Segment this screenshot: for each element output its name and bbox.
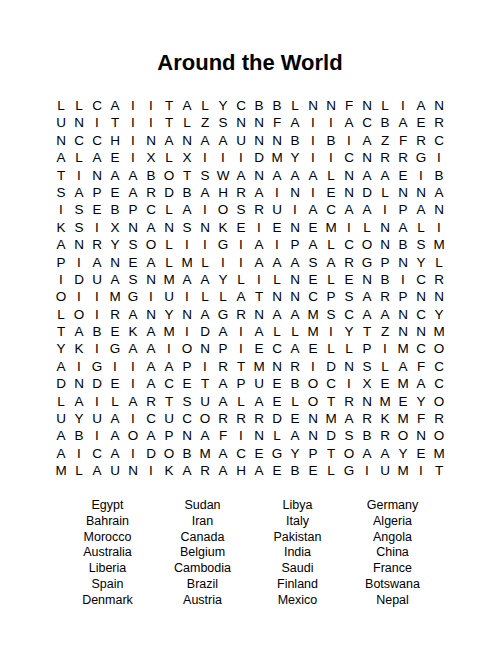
grid-cell-r11c12: I bbox=[250, 271, 268, 288]
grid-cell-r12c19: R bbox=[376, 288, 394, 305]
grid-cell-r1c2: L bbox=[70, 97, 88, 114]
grid-cell-r12c7: U bbox=[160, 288, 178, 305]
grid-cell-r7c2: S bbox=[70, 201, 88, 218]
grid-cell-r9c3: R bbox=[88, 236, 106, 253]
grid-cell-r8c3: I bbox=[88, 219, 106, 236]
grid-cell-r14c3: B bbox=[88, 323, 106, 340]
grid-cell-r5c3: N bbox=[88, 167, 106, 184]
grid-cell-r10c9: L bbox=[196, 254, 214, 271]
grid-cell-r1c17: F bbox=[340, 97, 358, 114]
grid-cell-r10c12: A bbox=[250, 254, 268, 271]
word-list-item: Angola bbox=[345, 530, 440, 546]
grid-cell-r16c13: N bbox=[268, 358, 286, 375]
word-list-item: Bahrain bbox=[60, 514, 155, 530]
grid-cell-r3c13: N bbox=[268, 132, 286, 149]
grid-cell-r20c2: B bbox=[70, 427, 88, 444]
grid-cell-r4c8: X bbox=[178, 149, 196, 166]
grid-cell-r5c9: S bbox=[196, 167, 214, 184]
grid-cell-r19c15: N bbox=[304, 410, 322, 427]
grid-cell-r18c19: M bbox=[376, 393, 394, 410]
grid-cell-r5c15: A bbox=[304, 167, 322, 184]
grid-cell-r21c10: A bbox=[214, 445, 232, 462]
grid-cell-r7c5: P bbox=[124, 201, 142, 218]
grid-cell-r6c10: H bbox=[214, 184, 232, 201]
grid-cell-r8c11: E bbox=[232, 219, 250, 236]
grid-cell-r2c2: N bbox=[70, 114, 88, 131]
grid-cell-r5c6: B bbox=[142, 167, 160, 184]
grid-cell-r9c11: I bbox=[232, 236, 250, 253]
word-list-item: Brazil bbox=[155, 577, 250, 593]
grid-cell-r14c9: D bbox=[196, 323, 214, 340]
grid-cell-r3c2: C bbox=[70, 132, 88, 149]
grid-cell-r1c5: I bbox=[124, 97, 142, 114]
grid-cell-r12c5: G bbox=[124, 288, 142, 305]
grid-cell-r19c20: M bbox=[394, 410, 412, 427]
grid-cell-r6c9: A bbox=[196, 184, 214, 201]
grid-cell-r21c14: Y bbox=[286, 445, 304, 462]
grid-cell-r17c16: C bbox=[322, 375, 340, 392]
grid-cell-r9c17: C bbox=[340, 236, 358, 253]
grid-cell-r2c6: I bbox=[142, 114, 160, 131]
grid-cell-r21c16: T bbox=[322, 445, 340, 462]
word-list-item: Italy bbox=[250, 514, 345, 530]
grid-cell-r12c11: A bbox=[232, 288, 250, 305]
grid-cell-r4c6: X bbox=[142, 149, 160, 166]
grid-cell-r15c1: Y bbox=[52, 340, 70, 357]
grid-cell-r22c17: G bbox=[340, 462, 358, 479]
grid-cell-r17c18: X bbox=[358, 375, 376, 392]
word-list-item: Germany bbox=[345, 498, 440, 514]
grid-cell-r20c19: R bbox=[376, 427, 394, 444]
grid-cell-r5c21: I bbox=[412, 167, 430, 184]
grid-cell-r16c12: M bbox=[250, 358, 268, 375]
grid-cell-r21c22: M bbox=[430, 445, 448, 462]
grid-cell-r4c21: G bbox=[412, 149, 430, 166]
grid-cell-r22c2: L bbox=[70, 462, 88, 479]
grid-cell-r15c17: L bbox=[340, 340, 358, 357]
grid-cell-r10c5: E bbox=[124, 254, 142, 271]
grid-cell-r13c18: A bbox=[358, 306, 376, 323]
grid-cell-r1c14: L bbox=[286, 97, 304, 114]
grid-cell-r21c18: A bbox=[358, 445, 376, 462]
grid-cell-r5c7: O bbox=[160, 167, 178, 184]
grid-cell-r8c21: L bbox=[412, 219, 430, 236]
grid-cell-r6c13: I bbox=[268, 184, 286, 201]
grid-cell-r6c2: A bbox=[70, 184, 88, 201]
grid-cell-r1c19: L bbox=[376, 97, 394, 114]
word-list-item: Algeria bbox=[345, 514, 440, 530]
word-list-item: Morocco bbox=[60, 530, 155, 546]
grid-cell-r13c12: N bbox=[250, 306, 268, 323]
grid-cell-r8c9: N bbox=[196, 219, 214, 236]
grid-cell-r3c21: R bbox=[412, 132, 430, 149]
grid-cell-r22c19: U bbox=[376, 462, 394, 479]
grid-cell-r22c18: I bbox=[358, 462, 376, 479]
word-list-item: Liberia bbox=[60, 561, 155, 577]
grid-cell-r20c7: P bbox=[160, 427, 178, 444]
grid-cell-r1c4: A bbox=[106, 97, 124, 114]
grid-cell-r1c20: I bbox=[394, 97, 412, 114]
word-list-item: Cambodia bbox=[155, 561, 250, 577]
grid-cell-r3c5: I bbox=[124, 132, 142, 149]
grid-cell-r8c18: L bbox=[358, 219, 376, 236]
grid-cell-r21c19: A bbox=[376, 445, 394, 462]
grid-cell-r15c15: E bbox=[304, 340, 322, 357]
grid-cell-r9c12: A bbox=[250, 236, 268, 253]
grid-cell-r8c4: X bbox=[106, 219, 124, 236]
grid-cell-r6c20: N bbox=[394, 184, 412, 201]
grid-cell-r13c3: I bbox=[88, 306, 106, 323]
grid-cell-r5c11: A bbox=[232, 167, 250, 184]
grid-cell-r7c21: A bbox=[412, 201, 430, 218]
grid-cell-r21c12: E bbox=[250, 445, 268, 462]
grid-cell-r6c6: R bbox=[142, 184, 160, 201]
grid-cell-r5c13: A bbox=[268, 167, 286, 184]
grid-cell-r18c18: N bbox=[358, 393, 376, 410]
grid-cell-r9c15: A bbox=[304, 236, 322, 253]
word-list-item: Belgium bbox=[155, 545, 250, 561]
grid-cell-r12c8: I bbox=[178, 288, 196, 305]
grid-cell-r16c3: G bbox=[88, 358, 106, 375]
grid-cell-r2c7: T bbox=[160, 114, 178, 131]
grid-cell-r6c14: N bbox=[286, 184, 304, 201]
grid-cell-r15c13: C bbox=[268, 340, 286, 357]
grid-cell-r22c4: U bbox=[106, 462, 124, 479]
word-list-item: Australia bbox=[60, 545, 155, 561]
grid-cell-r12c21: N bbox=[412, 288, 430, 305]
grid-cell-r1c12: B bbox=[250, 97, 268, 114]
grid-cell-r1c13: B bbox=[268, 97, 286, 114]
grid-cell-r13c6: N bbox=[142, 306, 160, 323]
grid-cell-r22c5: N bbox=[124, 462, 142, 479]
grid-cell-r12c3: I bbox=[88, 288, 106, 305]
grid-cell-r11c16: L bbox=[322, 271, 340, 288]
grid-cell-r6c22: A bbox=[430, 184, 448, 201]
grid-cell-r15c6: A bbox=[142, 340, 160, 357]
grid-cell-r5c12: N bbox=[250, 167, 268, 184]
grid-cell-r9c6: O bbox=[142, 236, 160, 253]
grid-cell-r11c17: E bbox=[340, 271, 358, 288]
grid-cell-r9c5: S bbox=[124, 236, 142, 253]
grid-cell-r20c11: I bbox=[232, 427, 250, 444]
grid-cell-r4c2: L bbox=[70, 149, 88, 166]
word-list: EgyptSudanLibyaGermanyBahrainIranItalyAl… bbox=[60, 498, 440, 609]
grid-cell-r16c19: L bbox=[376, 358, 394, 375]
grid-cell-r10c22: L bbox=[430, 254, 448, 271]
grid-cell-r15c18: P bbox=[358, 340, 376, 357]
grid-cell-r3c15: I bbox=[304, 132, 322, 149]
grid-cell-r20c10: F bbox=[214, 427, 232, 444]
grid-cell-r2c14: A bbox=[286, 114, 304, 131]
grid-cell-r10c19: P bbox=[376, 254, 394, 271]
grid-cell-r9c22: M bbox=[430, 236, 448, 253]
grid-cell-r22c3: A bbox=[88, 462, 106, 479]
grid-cell-r10c14: A bbox=[286, 254, 304, 271]
grid-cell-r17c9: T bbox=[196, 375, 214, 392]
grid-cell-r16c10: R bbox=[214, 358, 232, 375]
grid-cell-r9c8: I bbox=[178, 236, 196, 253]
grid-cell-r9c9: I bbox=[196, 236, 214, 253]
grid-cell-r10c10: I bbox=[214, 254, 232, 271]
grid-cell-r14c17: Y bbox=[340, 323, 358, 340]
grid-cell-r17c10: A bbox=[214, 375, 232, 392]
grid-cell-r3c22: C bbox=[430, 132, 448, 149]
grid-cell-r15c11: I bbox=[232, 340, 250, 357]
grid-cell-r15c22: O bbox=[430, 340, 448, 357]
grid-cell-r17c4: E bbox=[106, 375, 124, 392]
grid-cell-r8c14: N bbox=[286, 219, 304, 236]
grid-cell-r13c9: A bbox=[196, 306, 214, 323]
grid-cell-r22c14: B bbox=[286, 462, 304, 479]
grid-cell-r14c4: E bbox=[106, 323, 124, 340]
grid-cell-r17c5: I bbox=[124, 375, 142, 392]
grid-cell-r15c16: L bbox=[322, 340, 340, 357]
grid-cell-r7c16: C bbox=[322, 201, 340, 218]
grid-cell-r11c8: A bbox=[178, 271, 196, 288]
grid-cell-r19c5: I bbox=[124, 410, 142, 427]
grid-cell-r14c12: A bbox=[250, 323, 268, 340]
grid-cell-r17c14: B bbox=[286, 375, 304, 392]
grid-cell-r21c17: O bbox=[340, 445, 358, 462]
grid-cell-r22c7: K bbox=[160, 462, 178, 479]
grid-cell-r19c17: A bbox=[340, 410, 358, 427]
grid-cell-r8c6: A bbox=[142, 219, 160, 236]
grid-cell-r11c9: A bbox=[196, 271, 214, 288]
grid-cell-r13c19: A bbox=[376, 306, 394, 323]
grid-cell-r7c9: I bbox=[196, 201, 214, 218]
grid-cell-r2c18: C bbox=[358, 114, 376, 131]
grid-cell-r11c10: Y bbox=[214, 271, 232, 288]
grid-cell-r7c12: R bbox=[250, 201, 268, 218]
grid-cell-r16c4: I bbox=[106, 358, 124, 375]
grid-cell-r15c5: A bbox=[124, 340, 142, 357]
grid-cell-r9c14: P bbox=[286, 236, 304, 253]
grid-cell-r18c5: A bbox=[124, 393, 142, 410]
grid-cell-r10c4: N bbox=[106, 254, 124, 271]
grid-cell-r3c12: N bbox=[250, 132, 268, 149]
grid-cell-r2c1: U bbox=[52, 114, 70, 131]
grid-cell-r16c14: R bbox=[286, 358, 304, 375]
grid-cell-r20c12: N bbox=[250, 427, 268, 444]
grid-cell-r17c21: A bbox=[412, 375, 430, 392]
grid-cell-r7c20: P bbox=[394, 201, 412, 218]
grid-cell-r3c10: A bbox=[214, 132, 232, 149]
grid-cell-r10c2: I bbox=[70, 254, 88, 271]
grid-cell-r8c7: N bbox=[160, 219, 178, 236]
grid-cell-r6c3: P bbox=[88, 184, 106, 201]
grid-cell-r17c13: E bbox=[268, 375, 286, 392]
grid-cell-r10c21: Y bbox=[412, 254, 430, 271]
grid-cell-r3c8: N bbox=[178, 132, 196, 149]
grid-cell-r8c13: E bbox=[268, 219, 286, 236]
grid-cell-r1c15: N bbox=[304, 97, 322, 114]
grid-cell-r7c4: B bbox=[106, 201, 124, 218]
grid-cell-r6c12: A bbox=[250, 184, 268, 201]
grid-cell-r1c10: Y bbox=[214, 97, 232, 114]
grid-cell-r9c4: Y bbox=[106, 236, 124, 253]
grid-cell-r14c10: A bbox=[214, 323, 232, 340]
grid-cell-r6c7: D bbox=[160, 184, 178, 201]
grid-cell-r11c3: U bbox=[88, 271, 106, 288]
grid-cell-r12c18: A bbox=[358, 288, 376, 305]
grid-cell-r5c18: A bbox=[358, 167, 376, 184]
grid-cell-r6c16: E bbox=[322, 184, 340, 201]
grid-cell-r22c11: H bbox=[232, 462, 250, 479]
grid-cell-r20c1: A bbox=[52, 427, 70, 444]
grid-cell-r3c6: N bbox=[142, 132, 160, 149]
grid-cell-r9c20: B bbox=[394, 236, 412, 253]
grid-cell-r18c9: U bbox=[196, 393, 214, 410]
grid-cell-r22c22: T bbox=[430, 462, 448, 479]
grid-cell-r14c19: Z bbox=[376, 323, 394, 340]
grid-cell-r2c20: A bbox=[394, 114, 412, 131]
word-list-item: Pakistan bbox=[250, 530, 345, 546]
grid-cell-r10c6: A bbox=[142, 254, 160, 271]
grid-cell-r14c6: A bbox=[142, 323, 160, 340]
grid-cell-r5c10: W bbox=[214, 167, 232, 184]
grid-cell-r19c12: R bbox=[250, 410, 268, 427]
grid-cell-r4c18: N bbox=[358, 149, 376, 166]
grid-cell-r18c12: A bbox=[250, 393, 268, 410]
grid-cell-r10c17: R bbox=[340, 254, 358, 271]
grid-cell-r4c19: R bbox=[376, 149, 394, 166]
grid-cell-r14c2: A bbox=[70, 323, 88, 340]
grid-cell-r13c11: R bbox=[232, 306, 250, 323]
grid-cell-r2c11: N bbox=[232, 114, 250, 131]
grid-cell-r18c3: I bbox=[88, 393, 106, 410]
grid-cell-r12c2: I bbox=[70, 288, 88, 305]
grid-cell-r17c15: O bbox=[304, 375, 322, 392]
grid-cell-r11c7: M bbox=[160, 271, 178, 288]
grid-cell-r20c9: A bbox=[196, 427, 214, 444]
grid-cell-r8c19: N bbox=[376, 219, 394, 236]
grid-cell-r15c7: I bbox=[160, 340, 178, 357]
grid-cell-r13c14: A bbox=[286, 306, 304, 323]
grid-cell-r8c1: K bbox=[52, 219, 70, 236]
grid-cell-r16c7: A bbox=[160, 358, 178, 375]
grid-cell-r1c8: A bbox=[178, 97, 196, 114]
grid-cell-r1c3: C bbox=[88, 97, 106, 114]
grid-cell-r21c7: O bbox=[160, 445, 178, 462]
grid-cell-r6c15: I bbox=[304, 184, 322, 201]
grid-cell-r14c7: M bbox=[160, 323, 178, 340]
grid-cell-r2c12: N bbox=[250, 114, 268, 131]
grid-cell-r17c17: I bbox=[340, 375, 358, 392]
grid-cell-r1c9: L bbox=[196, 97, 214, 114]
grid-cell-r10c1: P bbox=[52, 254, 70, 271]
grid-cell-r11c15: E bbox=[304, 271, 322, 288]
grid-cell-r22c12: A bbox=[250, 462, 268, 479]
grid-cell-r8c22: I bbox=[430, 219, 448, 236]
grid-cell-r20c17: S bbox=[340, 427, 358, 444]
grid-cell-r5c8: T bbox=[178, 167, 196, 184]
grid-cell-r19c8: C bbox=[178, 410, 196, 427]
grid-cell-r9c21: S bbox=[412, 236, 430, 253]
grid-cell-r9c19: N bbox=[376, 236, 394, 253]
grid-cell-r6c1: S bbox=[52, 184, 70, 201]
grid-cell-r4c13: M bbox=[268, 149, 286, 166]
grid-cell-r16c20: A bbox=[394, 358, 412, 375]
grid-cell-r11c2: D bbox=[70, 271, 88, 288]
grid-cell-r14c18: T bbox=[358, 323, 376, 340]
grid-cell-r15c4: G bbox=[106, 340, 124, 357]
grid-cell-r5c4: A bbox=[106, 167, 124, 184]
word-list-item: Mexico bbox=[250, 593, 345, 609]
grid-cell-r7c13: U bbox=[268, 201, 286, 218]
grid-cell-r2c10: S bbox=[214, 114, 232, 131]
grid-cell-r15c21: C bbox=[412, 340, 430, 357]
grid-cell-r22c13: E bbox=[268, 462, 286, 479]
grid-cell-r4c17: C bbox=[340, 149, 358, 166]
grid-cell-r3c11: U bbox=[232, 132, 250, 149]
grid-cell-r10c20: N bbox=[394, 254, 412, 271]
grid-cell-r10c13: A bbox=[268, 254, 286, 271]
grid-cell-r11c5: S bbox=[124, 271, 142, 288]
grid-cell-r3c4: H bbox=[106, 132, 124, 149]
grid-cell-r22c6: I bbox=[142, 462, 160, 479]
grid-cell-r10c16: A bbox=[322, 254, 340, 271]
word-list-item: India bbox=[250, 545, 345, 561]
grid-cell-r16c11: T bbox=[232, 358, 250, 375]
grid-cell-r18c13: E bbox=[268, 393, 286, 410]
grid-cell-r15c14: A bbox=[286, 340, 304, 357]
grid-cell-r19c1: U bbox=[52, 410, 70, 427]
grid-cell-r5c22: B bbox=[430, 167, 448, 184]
word-list-item: China bbox=[345, 545, 440, 561]
grid-cell-r6c5: A bbox=[124, 184, 142, 201]
grid-cell-r7c15: A bbox=[304, 201, 322, 218]
grid-cell-r4c16: I bbox=[322, 149, 340, 166]
grid-cell-r18c21: Y bbox=[412, 393, 430, 410]
grid-cell-r4c20: R bbox=[394, 149, 412, 166]
grid-cell-r4c9: I bbox=[196, 149, 214, 166]
grid-cell-r14c22: M bbox=[430, 323, 448, 340]
grid-cell-r13c15: M bbox=[304, 306, 322, 323]
grid-cell-r15c3: I bbox=[88, 340, 106, 357]
grid-cell-r20c16: D bbox=[322, 427, 340, 444]
grid-cell-r18c6: R bbox=[142, 393, 160, 410]
grid-cell-r3c1: N bbox=[52, 132, 70, 149]
grid-cell-r16c9: I bbox=[196, 358, 214, 375]
grid-cell-r3c20: F bbox=[394, 132, 412, 149]
grid-cell-r12c17: S bbox=[340, 288, 358, 305]
grid-cell-r20c4: A bbox=[106, 427, 124, 444]
grid-cell-r5c14: A bbox=[286, 167, 304, 184]
grid-cell-r9c7: L bbox=[160, 236, 178, 253]
grid-cell-r7c10: O bbox=[214, 201, 232, 218]
grid-cell-r1c7: T bbox=[160, 97, 178, 114]
grid-cell-r20c5: O bbox=[124, 427, 142, 444]
grid-cell-r17c19: E bbox=[376, 375, 394, 392]
grid-cell-r19c2: Y bbox=[70, 410, 88, 427]
grid-cell-r4c12: D bbox=[250, 149, 268, 166]
letter-grid: LLCAIITALYCBBLNNFNLIANUNITIITLZSNNFAIIAC… bbox=[52, 97, 448, 480]
grid-cell-r7c3: E bbox=[88, 201, 106, 218]
grid-cell-r8c20: A bbox=[394, 219, 412, 236]
grid-cell-r21c13: G bbox=[268, 445, 286, 462]
grid-cell-r20c6: A bbox=[142, 427, 160, 444]
grid-cell-r21c3: C bbox=[88, 445, 106, 462]
word-list-item: Saudi bbox=[250, 561, 345, 577]
grid-cell-r4c15: I bbox=[304, 149, 322, 166]
grid-cell-r14c16: I bbox=[322, 323, 340, 340]
grid-cell-r5c20: E bbox=[394, 167, 412, 184]
grid-cell-r2c17: A bbox=[340, 114, 358, 131]
grid-cell-r8c8: S bbox=[178, 219, 196, 236]
grid-cell-r3c9: A bbox=[196, 132, 214, 149]
grid-cell-r1c22: N bbox=[430, 97, 448, 114]
grid-cell-r7c18: A bbox=[358, 201, 376, 218]
